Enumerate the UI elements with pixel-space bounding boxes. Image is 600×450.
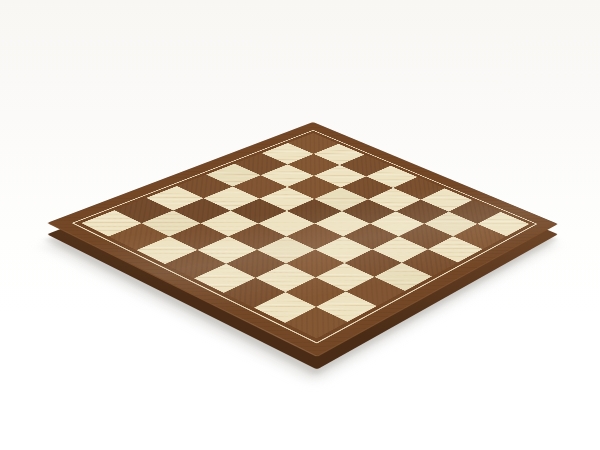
- chess-board: [47, 122, 558, 357]
- chessboard-product-photo: [0, 0, 600, 450]
- board-squares: [81, 133, 529, 338]
